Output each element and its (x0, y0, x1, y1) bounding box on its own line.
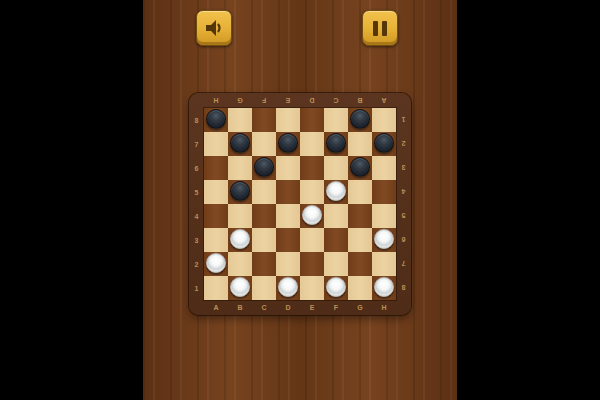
black-checker-h7[interactable] (374, 133, 394, 153)
white-checker-b1[interactable] (230, 277, 250, 297)
rank-label-5: 5 (396, 204, 411, 228)
rank-label-5: 5 (189, 180, 204, 204)
black-checker-g6[interactable] (350, 157, 370, 177)
square-e3[interactable] (300, 228, 324, 252)
square-c4[interactable] (252, 204, 276, 228)
square-a1[interactable] (204, 276, 228, 300)
file-labels-top: ABCDEFGH (204, 93, 396, 108)
rank-label-8: 8 (396, 276, 411, 300)
square-h1[interactable] (372, 276, 396, 300)
square-e4[interactable] (300, 204, 324, 228)
square-b3[interactable] (228, 228, 252, 252)
rank-label-1: 1 (189, 276, 204, 300)
square-g8[interactable] (348, 108, 372, 132)
wood-background: ABCDEFGH ABCDEFGH 87654321 87654321 (143, 0, 457, 400)
square-f5[interactable] (324, 180, 348, 204)
square-e2[interactable] (300, 252, 324, 276)
black-checker-d7[interactable] (278, 133, 298, 153)
square-g7[interactable] (348, 132, 372, 156)
square-f8[interactable] (324, 108, 348, 132)
square-h5[interactable] (372, 180, 396, 204)
square-f1[interactable] (324, 276, 348, 300)
square-g5[interactable] (348, 180, 372, 204)
rank-label-4: 4 (189, 204, 204, 228)
rank-label-7: 7 (189, 132, 204, 156)
file-label-g: G (228, 93, 252, 108)
white-checker-f5[interactable] (326, 181, 346, 201)
rank-label-3: 3 (189, 228, 204, 252)
square-b2[interactable] (228, 252, 252, 276)
square-d4[interactable] (276, 204, 300, 228)
square-d7[interactable] (276, 132, 300, 156)
square-d1[interactable] (276, 276, 300, 300)
square-c8[interactable] (252, 108, 276, 132)
rank-label-3: 3 (396, 156, 411, 180)
square-f4[interactable] (324, 204, 348, 228)
square-e7[interactable] (300, 132, 324, 156)
square-c6[interactable] (252, 156, 276, 180)
square-d3[interactable] (276, 228, 300, 252)
board-grid (204, 108, 396, 300)
rank-label-2: 2 (189, 252, 204, 276)
black-checker-a8[interactable] (206, 109, 226, 129)
square-g6[interactable] (348, 156, 372, 180)
square-g4[interactable] (348, 204, 372, 228)
black-checker-b5[interactable] (230, 181, 250, 201)
black-checker-g8[interactable] (350, 109, 370, 129)
pause-button[interactable] (362, 10, 398, 46)
square-d5[interactable] (276, 180, 300, 204)
black-checker-b7[interactable] (230, 133, 250, 153)
checkers-board: ABCDEFGH ABCDEFGH 87654321 87654321 (189, 93, 411, 315)
file-label-f: F (324, 300, 348, 315)
file-label-d: D (276, 300, 300, 315)
square-g3[interactable] (348, 228, 372, 252)
white-checker-h3[interactable] (374, 229, 394, 249)
square-e5[interactable] (300, 180, 324, 204)
game-screen: ABCDEFGH ABCDEFGH 87654321 87654321 (0, 0, 600, 400)
square-c5[interactable] (252, 180, 276, 204)
square-b6[interactable] (228, 156, 252, 180)
square-e1[interactable] (300, 276, 324, 300)
square-a6[interactable] (204, 156, 228, 180)
square-b4[interactable] (228, 204, 252, 228)
file-label-g: G (348, 300, 372, 315)
speaker-icon (204, 19, 224, 37)
file-label-e: E (276, 93, 300, 108)
file-label-f: F (252, 93, 276, 108)
square-d8[interactable] (276, 108, 300, 132)
square-b7[interactable] (228, 132, 252, 156)
rank-labels-left: 87654321 (189, 108, 204, 300)
black-checker-c6[interactable] (254, 157, 274, 177)
square-g2[interactable] (348, 252, 372, 276)
square-c3[interactable] (252, 228, 276, 252)
square-h2[interactable] (372, 252, 396, 276)
file-label-c: C (252, 300, 276, 315)
file-label-b: B (348, 93, 372, 108)
white-checker-f1[interactable] (326, 277, 346, 297)
square-c7[interactable] (252, 132, 276, 156)
file-label-b: B (228, 300, 252, 315)
square-f6[interactable] (324, 156, 348, 180)
white-checker-d1[interactable] (278, 277, 298, 297)
square-a3[interactable] (204, 228, 228, 252)
square-h3[interactable] (372, 228, 396, 252)
white-checker-e4[interactable] (302, 205, 322, 225)
square-h7[interactable] (372, 132, 396, 156)
square-a8[interactable] (204, 108, 228, 132)
square-d2[interactable] (276, 252, 300, 276)
rank-label-2: 2 (396, 132, 411, 156)
file-label-e: E (300, 300, 324, 315)
square-h8[interactable] (372, 108, 396, 132)
file-label-a: A (372, 93, 396, 108)
square-f2[interactable] (324, 252, 348, 276)
square-f3[interactable] (324, 228, 348, 252)
square-a4[interactable] (204, 204, 228, 228)
square-c1[interactable] (252, 276, 276, 300)
square-d6[interactable] (276, 156, 300, 180)
file-label-a: A (204, 300, 228, 315)
file-label-h: H (204, 93, 228, 108)
file-label-c: C (324, 93, 348, 108)
square-e8[interactable] (300, 108, 324, 132)
square-b5[interactable] (228, 180, 252, 204)
pause-icon (373, 21, 387, 36)
rank-label-6: 6 (396, 228, 411, 252)
black-checker-f7[interactable] (326, 133, 346, 153)
rank-label-7: 7 (396, 252, 411, 276)
square-h6[interactable] (372, 156, 396, 180)
rank-label-8: 8 (189, 108, 204, 132)
sound-button[interactable] (196, 10, 232, 46)
white-checker-b3[interactable] (230, 229, 250, 249)
square-a2[interactable] (204, 252, 228, 276)
white-checker-h1[interactable] (374, 277, 394, 297)
square-f7[interactable] (324, 132, 348, 156)
white-checker-a2[interactable] (206, 253, 226, 273)
square-b8[interactable] (228, 108, 252, 132)
file-labels-bottom: ABCDEFGH (204, 300, 396, 315)
square-e6[interactable] (300, 156, 324, 180)
square-g1[interactable] (348, 276, 372, 300)
file-label-h: H (372, 300, 396, 315)
file-label-d: D (300, 93, 324, 108)
rank-label-1: 1 (396, 108, 411, 132)
square-a7[interactable] (204, 132, 228, 156)
rank-label-4: 4 (396, 180, 411, 204)
rank-labels-right: 87654321 (396, 108, 411, 300)
square-a5[interactable] (204, 180, 228, 204)
square-b1[interactable] (228, 276, 252, 300)
square-h4[interactable] (372, 204, 396, 228)
square-c2[interactable] (252, 252, 276, 276)
rank-label-6: 6 (189, 156, 204, 180)
